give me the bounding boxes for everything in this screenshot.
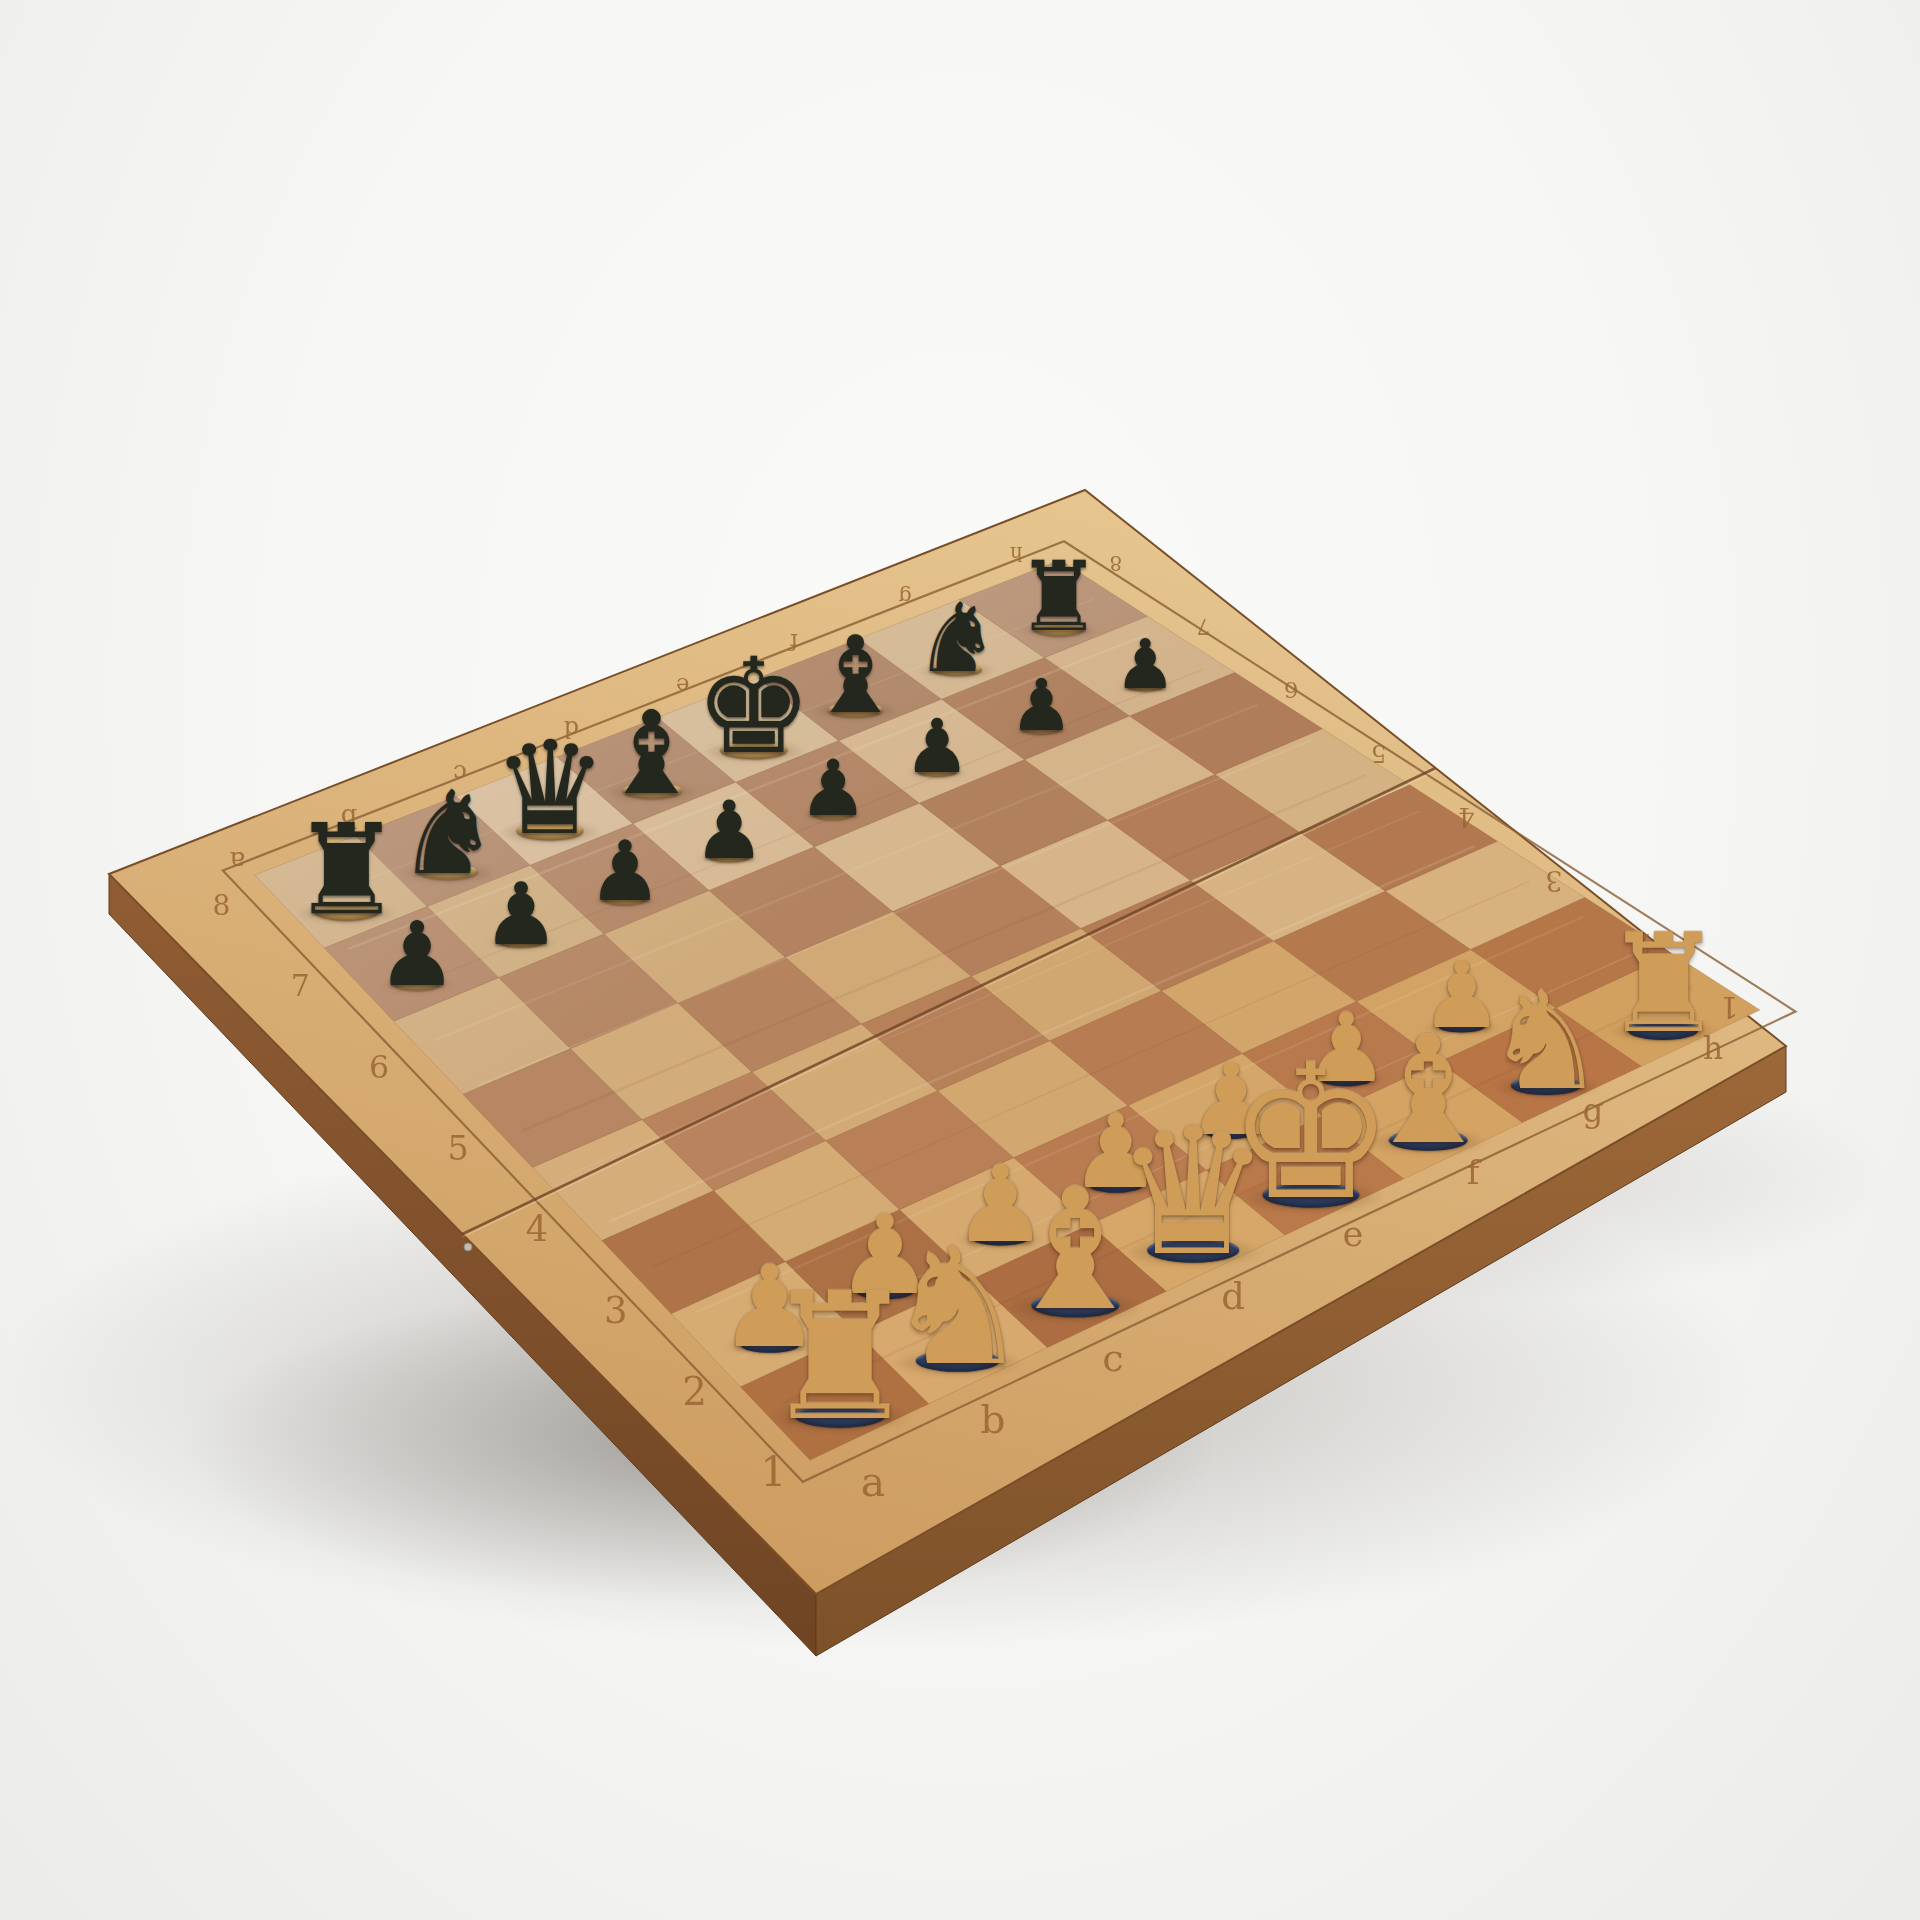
label-se-file-a: a [861, 1458, 885, 1506]
label-sw-rank-2: 2 [682, 1369, 707, 1414]
black-knight-glyph: ♞ [914, 590, 1000, 686]
white-rook-glyph: ♜ [761, 1270, 919, 1446]
black-pawn-glyph: ♟ [377, 911, 457, 1000]
black-bishop-glyph: ♝ [600, 696, 703, 811]
label-sw-rank-6: 6 [369, 1049, 389, 1085]
white-knight-glyph: ♞ [1485, 972, 1607, 1108]
white-rook-glyph: ♜ [1602, 917, 1724, 1054]
label-nw-file-a: a [230, 846, 246, 877]
label-ne-rank-5: 5 [1371, 739, 1387, 768]
label-sw-rank-5: 5 [447, 1129, 468, 1168]
black-pawn-glyph: ♟ [588, 831, 663, 914]
black-rook-glyph: ♜ [1016, 550, 1102, 646]
black-bishop-glyph: ♝ [808, 622, 903, 728]
label-ne-rank-8: 8 [1109, 551, 1122, 575]
black-pawn-glyph: ♟ [693, 790, 765, 870]
black-pawn-glyph: ♟ [1009, 670, 1073, 742]
black-pawn-glyph: ♟ [1114, 630, 1176, 699]
label-se-file-b: b [980, 1396, 1005, 1442]
black-pawn-glyph: ♟ [904, 710, 971, 784]
label-ne-rank-6: 6 [1284, 677, 1299, 703]
label-ne-rank-7: 7 [1197, 614, 1211, 639]
black-pawn-glyph: ♟ [799, 750, 868, 827]
label-sw-rank-3: 3 [604, 1289, 628, 1332]
label-ne-rank-3: 3 [1545, 865, 1562, 896]
label-ne-rank-4: 4 [1458, 802, 1474, 832]
label-nw-file-g: g [898, 585, 911, 609]
label-sw-rank-7: 7 [291, 968, 310, 1003]
black-king-glyph: ♚ [695, 641, 813, 773]
hinge-pin-sw [464, 1243, 472, 1251]
label-sw-rank-8: 8 [213, 889, 231, 922]
black-pawn-glyph: ♟ [483, 871, 560, 957]
label-sw-rank-4: 4 [526, 1208, 548, 1249]
studio-backdrop: chess 12345678abcdefgh87654321abcdefgh ♜… [0, 0, 1920, 1920]
